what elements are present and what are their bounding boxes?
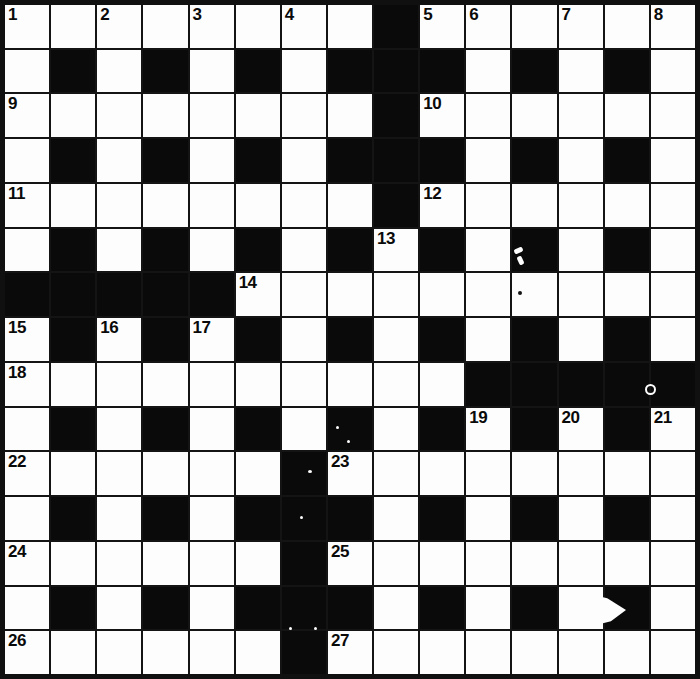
cell-r4c12 (512, 139, 556, 182)
cell-r9c3[interactable] (97, 363, 141, 406)
cell-r9c5[interactable] (190, 363, 234, 406)
cell-r7c1 (5, 273, 49, 316)
cell-r10c8 (328, 408, 372, 451)
cell-r7c11[interactable] (466, 273, 510, 316)
cell-r8c1[interactable]: 15 (5, 318, 49, 361)
cell-r15c7 (282, 631, 326, 674)
cell-r2c12 (512, 50, 556, 93)
cell-r11c6[interactable] (236, 452, 280, 495)
cell-r9c15 (651, 363, 695, 406)
cell-r12c5[interactable] (190, 497, 234, 540)
cell-r2c7[interactable] (282, 50, 326, 93)
cell-r9c10[interactable] (420, 363, 464, 406)
cell-r4c11[interactable] (466, 139, 510, 182)
cell-r8c3[interactable]: 16 (97, 318, 141, 361)
cell-r11c1[interactable]: 22 (5, 452, 49, 495)
cell-r3c2[interactable] (51, 94, 95, 137)
clue-number: 20 (562, 408, 580, 427)
cell-r14c15[interactable] (651, 587, 695, 630)
cell-r5c1[interactable]: 11 (5, 184, 49, 227)
cell-r8c9[interactable] (374, 318, 418, 361)
cell-r2c2 (51, 50, 95, 93)
clue-number: 19 (469, 408, 487, 427)
cell-r12c6 (236, 497, 280, 540)
cell-r3c9 (374, 94, 418, 137)
clue-number: 7 (562, 5, 571, 24)
cell-r8c14 (605, 318, 649, 361)
cell-r1c9 (374, 5, 418, 48)
cell-r14c1[interactable] (5, 587, 49, 630)
cell-r12c9[interactable] (374, 497, 418, 540)
cell-r2c4 (143, 50, 187, 93)
cell-r1c8[interactable] (328, 5, 372, 48)
cell-r14c3[interactable] (97, 587, 141, 630)
clue-number: 16 (100, 318, 118, 337)
cell-r3c1[interactable]: 9 (5, 94, 49, 137)
cell-r10c7[interactable] (282, 408, 326, 451)
cell-r7c2 (51, 273, 95, 316)
cell-r10c10 (420, 408, 464, 451)
cell-r9c11 (466, 363, 510, 406)
cell-r4c2 (51, 139, 95, 182)
clue-number: 9 (8, 94, 17, 113)
cell-r5c4[interactable] (143, 184, 187, 227)
clue-number: 13 (377, 229, 395, 248)
cell-r11c9[interactable] (374, 452, 418, 495)
clue-number: 6 (469, 5, 478, 24)
cell-r5c11[interactable] (466, 184, 510, 227)
cell-r1c2[interactable] (51, 5, 95, 48)
cell-r1c14[interactable] (605, 5, 649, 48)
cell-r12c3[interactable] (97, 497, 141, 540)
cell-r13c3[interactable] (97, 542, 141, 585)
cell-r15c6[interactable] (236, 631, 280, 674)
cell-r15c5[interactable] (190, 631, 234, 674)
cell-r15c9[interactable] (374, 631, 418, 674)
cell-r6c14 (605, 229, 649, 272)
cell-r10c12 (512, 408, 556, 451)
cell-r2c5[interactable] (190, 50, 234, 93)
cell-r12c7 (282, 497, 326, 540)
cell-r7c3 (97, 273, 141, 316)
cell-r7c7[interactable] (282, 273, 326, 316)
cell-r14c7 (282, 587, 326, 630)
cell-r8c2 (51, 318, 95, 361)
cell-r13c1[interactable]: 24 (5, 542, 49, 585)
cell-r8c6 (236, 318, 280, 361)
cell-r14c4 (143, 587, 187, 630)
cell-r11c12[interactable] (512, 452, 556, 495)
cell-r12c8 (328, 497, 372, 540)
cell-r3c12[interactable] (512, 94, 556, 137)
cell-r2c14 (605, 50, 649, 93)
crossword-page: 1234567891011121314151617181920212223242… (0, 0, 700, 679)
cell-r10c1[interactable] (5, 408, 49, 451)
cell-r7c6[interactable]: 14 (236, 273, 280, 316)
clue-number: 11 (8, 184, 25, 203)
clue-number: 10 (423, 94, 441, 113)
clue-number: 24 (8, 542, 26, 561)
cell-r7c15[interactable] (651, 273, 695, 316)
cell-r9c1[interactable]: 18 (5, 363, 49, 406)
cell-r1c3[interactable]: 2 (97, 5, 141, 48)
cell-r13c15[interactable] (651, 542, 695, 585)
cell-r11c5[interactable] (190, 452, 234, 495)
cell-r7c10[interactable] (420, 273, 464, 316)
cell-r2c8 (328, 50, 372, 93)
cell-r6c2 (51, 229, 95, 272)
cell-r5c3[interactable] (97, 184, 141, 227)
cell-r13c10[interactable] (420, 542, 464, 585)
cell-r6c3[interactable] (97, 229, 141, 272)
clue-number: 4 (285, 5, 294, 24)
cell-r12c1[interactable] (5, 497, 49, 540)
cell-r10c13[interactable]: 20 (559, 408, 603, 451)
cell-r3c5[interactable] (190, 94, 234, 137)
cell-r7c14[interactable] (605, 273, 649, 316)
cell-r1c13[interactable]: 7 (559, 5, 603, 48)
cell-r5c12[interactable] (512, 184, 556, 227)
cell-r8c11[interactable] (466, 318, 510, 361)
cell-r14c12 (512, 587, 556, 630)
cell-r3c13[interactable] (559, 94, 603, 137)
cell-r2c11[interactable] (466, 50, 510, 93)
cell-r10c4 (143, 408, 187, 451)
cell-r5c2[interactable] (51, 184, 95, 227)
cell-r3c8[interactable] (328, 94, 372, 137)
cell-r1c1[interactable]: 1 (5, 5, 49, 48)
cell-r4c4 (143, 139, 187, 182)
cell-r1c5[interactable]: 3 (190, 5, 234, 48)
cell-r4c1[interactable] (5, 139, 49, 182)
cell-r5c5[interactable] (190, 184, 234, 227)
cell-r11c7 (282, 452, 326, 495)
cell-r13c11[interactable] (466, 542, 510, 585)
cell-r6c10 (420, 229, 464, 272)
cell-r6c9[interactable]: 13 (374, 229, 418, 272)
cell-r1c6[interactable] (236, 5, 280, 48)
cell-r13c9[interactable] (374, 542, 418, 585)
cell-r1c11[interactable]: 6 (466, 5, 510, 48)
cell-r14c9[interactable] (374, 587, 418, 630)
cell-r8c5[interactable]: 17 (190, 318, 234, 361)
cell-r7c5 (190, 273, 234, 316)
cell-r7c4 (143, 273, 187, 316)
cell-r3c6[interactable] (236, 94, 280, 137)
cell-r10c9[interactable] (374, 408, 418, 451)
cell-r2c15[interactable] (651, 50, 695, 93)
cell-r15c12[interactable] (512, 631, 556, 674)
cell-r6c4 (143, 229, 187, 272)
cell-r15c4[interactable] (143, 631, 187, 674)
cell-r4c10 (420, 139, 464, 182)
cell-r8c13[interactable] (559, 318, 603, 361)
cell-r9c8[interactable] (328, 363, 372, 406)
cell-r5c8[interactable] (328, 184, 372, 227)
cell-r11c11[interactable] (466, 452, 510, 495)
cell-r9c6[interactable] (236, 363, 280, 406)
cell-r4c3[interactable] (97, 139, 141, 182)
cell-r15c8[interactable]: 27 (328, 631, 372, 674)
cell-r10c14 (605, 408, 649, 451)
cell-r4c8 (328, 139, 372, 182)
cell-r6c11[interactable] (466, 229, 510, 272)
cell-r6c7[interactable] (282, 229, 326, 272)
clue-number: 27 (331, 631, 349, 650)
clue-number: 25 (331, 542, 349, 561)
cell-r4c9 (374, 139, 418, 182)
cell-r8c4 (143, 318, 187, 361)
cell-r11c14[interactable] (605, 452, 649, 495)
cell-r8c12 (512, 318, 556, 361)
cell-r10c3[interactable] (97, 408, 141, 451)
cell-r12c12 (512, 497, 556, 540)
cell-r6c6 (236, 229, 280, 272)
cell-r15c15[interactable] (651, 631, 695, 674)
cell-r14c13[interactable] (559, 587, 603, 630)
cell-r2c1[interactable] (5, 50, 49, 93)
cell-r10c2 (51, 408, 95, 451)
cell-r2c3[interactable] (97, 50, 141, 93)
cell-r1c4[interactable] (143, 5, 187, 48)
cell-r3c14[interactable] (605, 94, 649, 137)
cell-r12c2 (51, 497, 95, 540)
cell-r11c3[interactable] (97, 452, 141, 495)
cell-r9c7[interactable] (282, 363, 326, 406)
cell-r15c14[interactable] (605, 631, 649, 674)
cell-r9c4[interactable] (143, 363, 187, 406)
cell-r5c9 (374, 184, 418, 227)
cell-r13c8[interactable]: 25 (328, 542, 372, 585)
cell-r2c9 (374, 50, 418, 93)
cell-r13c2[interactable] (51, 542, 95, 585)
cell-r1c12[interactable] (512, 5, 556, 48)
cell-r15c13[interactable] (559, 631, 603, 674)
cell-r7c9[interactable] (374, 273, 418, 316)
cell-r14c8 (328, 587, 372, 630)
cell-r12c11[interactable] (466, 497, 510, 540)
cell-r8c15[interactable] (651, 318, 695, 361)
cell-r14c14 (605, 587, 649, 630)
cell-r6c5[interactable] (190, 229, 234, 272)
clue-number: 2 (100, 5, 109, 24)
cell-r10c5[interactable] (190, 408, 234, 451)
cell-r5c6[interactable] (236, 184, 280, 227)
cell-r3c11[interactable] (466, 94, 510, 137)
cell-r13c6[interactable] (236, 542, 280, 585)
cell-r2c10 (420, 50, 464, 93)
cell-r5c15[interactable] (651, 184, 695, 227)
cell-r12c14 (605, 497, 649, 540)
cell-r12c4 (143, 497, 187, 540)
cell-r9c12 (512, 363, 556, 406)
cell-r15c11[interactable] (466, 631, 510, 674)
cell-r11c2[interactable] (51, 452, 95, 495)
clue-number: 18 (8, 363, 26, 382)
cell-r5c14[interactable] (605, 184, 649, 227)
clue-number: 17 (193, 318, 211, 337)
cell-r1c7[interactable]: 4 (282, 5, 326, 48)
clue-number: 21 (654, 408, 672, 427)
cell-r2c13[interactable] (559, 50, 603, 93)
cell-r6c1[interactable] (5, 229, 49, 272)
clue-number: 14 (239, 273, 257, 292)
cell-r11c15[interactable] (651, 452, 695, 495)
cell-r1c15[interactable]: 8 (651, 5, 695, 48)
cell-r14c11[interactable] (466, 587, 510, 630)
cell-r3c15[interactable] (651, 94, 695, 137)
cell-r14c10 (420, 587, 464, 630)
cell-r4c14 (605, 139, 649, 182)
cell-r13c13[interactable] (559, 542, 603, 585)
cell-r7c12[interactable] (512, 273, 556, 316)
cell-r13c7 (282, 542, 326, 585)
cell-r8c8 (328, 318, 372, 361)
cell-r15c10[interactable] (420, 631, 464, 674)
cell-r13c12[interactable] (512, 542, 556, 585)
cell-r10c6 (236, 408, 280, 451)
cell-r14c2 (51, 587, 95, 630)
clue-number: 23 (331, 452, 349, 471)
clue-number: 15 (8, 318, 26, 337)
cell-r12c13[interactable] (559, 497, 603, 540)
cell-r6c15[interactable] (651, 229, 695, 272)
cell-r4c15[interactable] (651, 139, 695, 182)
cell-r6c12 (512, 229, 556, 272)
cell-r14c5[interactable] (190, 587, 234, 630)
cell-r3c4[interactable] (143, 94, 187, 137)
cell-r4c13[interactable] (559, 139, 603, 182)
cell-r12c10 (420, 497, 464, 540)
cell-r9c14 (605, 363, 649, 406)
clue-number: 8 (654, 5, 663, 24)
clue-number: 3 (193, 5, 202, 24)
cell-r15c3[interactable] (97, 631, 141, 674)
cell-r3c7[interactable] (282, 94, 326, 137)
clue-number: 26 (8, 631, 26, 650)
cell-r15c1[interactable]: 26 (5, 631, 49, 674)
cell-r10c11[interactable]: 19 (466, 408, 510, 451)
clue-number: 5 (423, 5, 432, 24)
cell-r5c13[interactable] (559, 184, 603, 227)
cell-r7c13[interactable] (559, 273, 603, 316)
cell-r11c13[interactable] (559, 452, 603, 495)
cell-r11c4[interactable] (143, 452, 187, 495)
clue-number: 1 (8, 5, 17, 24)
cell-r13c5[interactable] (190, 542, 234, 585)
cell-r8c7[interactable] (282, 318, 326, 361)
cell-r7c8[interactable] (328, 273, 372, 316)
cell-r10c15[interactable]: 21 (651, 408, 695, 451)
cell-r4c5[interactable] (190, 139, 234, 182)
cell-r5c10[interactable]: 12 (420, 184, 464, 227)
cell-r11c8[interactable]: 23 (328, 452, 372, 495)
crossword-board: 1234567891011121314151617181920212223242… (0, 0, 700, 679)
cell-r2c6 (236, 50, 280, 93)
cell-r3c10[interactable]: 10 (420, 94, 464, 137)
cell-r9c9[interactable] (374, 363, 418, 406)
clue-number: 22 (8, 452, 26, 471)
cell-r5c7[interactable] (282, 184, 326, 227)
cell-r1c10[interactable]: 5 (420, 5, 464, 48)
clue-number: 12 (423, 184, 441, 203)
cell-r4c6 (236, 139, 280, 182)
cell-r8c10 (420, 318, 464, 361)
cell-r6c8 (328, 229, 372, 272)
cell-r13c4[interactable] (143, 542, 187, 585)
cell-r12c15[interactable] (651, 497, 695, 540)
cell-r15c2[interactable] (51, 631, 95, 674)
cell-r9c13 (559, 363, 603, 406)
cell-r9c2[interactable] (51, 363, 95, 406)
cell-r3c3[interactable] (97, 94, 141, 137)
cell-r4c7[interactable] (282, 139, 326, 182)
cell-r6c13[interactable] (559, 229, 603, 272)
cell-r11c10[interactable] (420, 452, 464, 495)
cell-r14c6 (236, 587, 280, 630)
cell-r13c14[interactable] (605, 542, 649, 585)
